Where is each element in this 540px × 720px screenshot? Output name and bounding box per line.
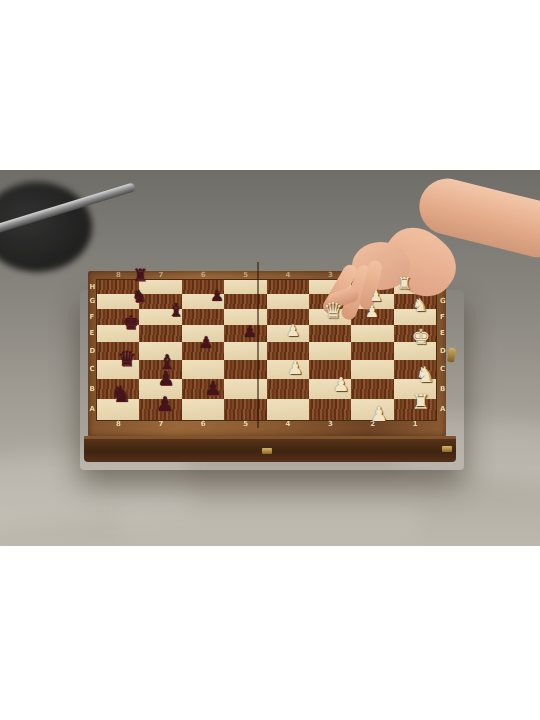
square-b2 [351, 379, 393, 399]
brass-hinge-icon [262, 448, 272, 454]
board-side-edge [84, 436, 456, 439]
square-h6 [182, 280, 224, 294]
square-g6 [182, 294, 224, 309]
square-b8 [97, 379, 139, 399]
coordinate-label-F: F [90, 314, 95, 321]
coordinate-label-E: E [90, 330, 95, 337]
square-h7 [139, 280, 181, 294]
square-e5 [224, 325, 266, 342]
coordinate-label-5: 5 [243, 272, 248, 279]
coordinate-label-H: H [90, 284, 96, 291]
square-c5 [224, 360, 266, 379]
coordinate-label-4: 4 [286, 272, 291, 279]
square-e7 [139, 325, 181, 342]
coordinate-label-C: C [440, 366, 445, 373]
page: HHGGFFEEDDCCBBAA8877665544332211 ♜♞♚♛♞♝♝… [0, 0, 540, 720]
board-row-e [97, 325, 436, 342]
board-row-b [97, 379, 436, 399]
coordinate-label-6: 6 [201, 421, 206, 428]
board-side-panel [84, 436, 456, 462]
board-row-d [97, 342, 436, 360]
coordinate-label-8: 8 [116, 272, 121, 279]
coordinate-label-A: A [440, 406, 445, 413]
coordinate-label-B: B [440, 386, 445, 393]
square-c7 [139, 360, 181, 379]
board-row-c [97, 360, 436, 379]
square-c8 [97, 360, 139, 379]
board-row-f [97, 309, 436, 325]
board-fold-seam [257, 262, 259, 428]
square-d5 [224, 342, 266, 360]
square-h4 [267, 280, 309, 294]
square-g7 [139, 294, 181, 309]
square-d4 [267, 342, 309, 360]
square-c3 [309, 360, 351, 379]
square-g4 [267, 294, 309, 309]
coordinate-label-8: 8 [116, 421, 121, 428]
board-row-a [97, 399, 436, 420]
square-e1 [394, 325, 436, 342]
coordinate-label-6: 6 [201, 272, 206, 279]
square-h5 [224, 280, 266, 294]
square-e2 [351, 325, 393, 342]
square-f1 [394, 309, 436, 325]
square-f7 [139, 309, 181, 325]
square-e6 [182, 325, 224, 342]
square-a1 [394, 399, 436, 420]
photo-scene: HHGGFFEEDDCCBBAA8877665544332211 ♜♞♚♛♞♝♝… [0, 170, 540, 546]
coordinate-label-F: F [440, 314, 445, 321]
board-row-g [97, 294, 436, 309]
coordinate-label-1: 1 [413, 421, 418, 428]
square-d6 [182, 342, 224, 360]
square-a5 [224, 399, 266, 420]
square-g8 [97, 294, 139, 309]
square-d7 [139, 342, 181, 360]
square-f6 [182, 309, 224, 325]
square-b6 [182, 379, 224, 399]
square-a2 [351, 399, 393, 420]
coordinate-label-3: 3 [328, 421, 333, 428]
square-c6 [182, 360, 224, 379]
coordinate-label-B: B [90, 386, 95, 393]
square-e4 [267, 325, 309, 342]
square-d1 [394, 342, 436, 360]
square-c1 [394, 360, 436, 379]
square-b5 [224, 379, 266, 399]
square-a8 [97, 399, 139, 420]
coordinate-label-G: G [90, 298, 96, 305]
square-f5 [224, 309, 266, 325]
coordinate-label-7: 7 [158, 421, 163, 428]
brass-clasp-icon [442, 446, 452, 452]
square-a3 [309, 399, 351, 420]
square-b3 [309, 379, 351, 399]
chess-board-frame: HHGGFFEEDDCCBBAA8877665544332211 [88, 271, 446, 437]
square-b7 [139, 379, 181, 399]
square-b4 [267, 379, 309, 399]
coordinate-label-5: 5 [243, 421, 248, 428]
coordinate-label-4: 4 [286, 421, 291, 428]
coordinate-label-2: 2 [370, 421, 375, 428]
square-g5 [224, 294, 266, 309]
square-e3 [309, 325, 351, 342]
square-d2 [351, 342, 393, 360]
coordinate-label-A: A [90, 406, 95, 413]
square-f2 [351, 309, 393, 325]
coordinate-label-D: D [440, 348, 446, 355]
square-c4 [267, 360, 309, 379]
table-sheen [120, 500, 420, 540]
coordinate-label-G: G [440, 298, 446, 305]
square-f4 [267, 309, 309, 325]
square-a6 [182, 399, 224, 420]
square-a4 [267, 399, 309, 420]
chess-board-grid [97, 280, 436, 420]
coordinate-label-7: 7 [158, 272, 163, 279]
coordinate-label-D: D [90, 348, 96, 355]
coordinate-label-C: C [90, 366, 95, 373]
square-d8 [97, 342, 139, 360]
coordinate-label-3: 3 [328, 272, 333, 279]
square-f8 [97, 309, 139, 325]
square-a7 [139, 399, 181, 420]
square-b1 [394, 379, 436, 399]
coordinate-label-E: E [440, 330, 445, 337]
square-d3 [309, 342, 351, 360]
square-h8 [97, 280, 139, 294]
square-e8 [97, 325, 139, 342]
square-c2 [351, 360, 393, 379]
